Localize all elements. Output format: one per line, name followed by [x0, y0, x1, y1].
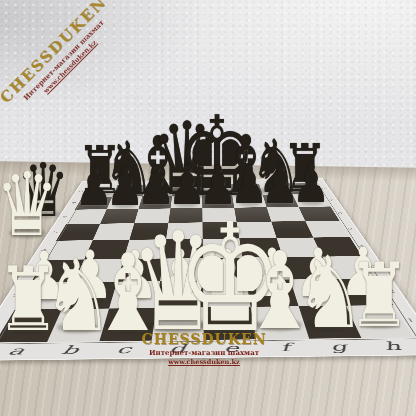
square-d8 — [172, 184, 202, 196]
square-d6 — [169, 208, 203, 223]
square-c1 — [100, 308, 157, 341]
square-c5 — [130, 223, 169, 240]
square-d5 — [166, 222, 203, 239]
file-label-top-c: c — [146, 180, 175, 185]
square-e8 — [202, 184, 232, 195]
square-e2 — [203, 280, 251, 307]
square-c6 — [134, 208, 170, 223]
square-d4 — [164, 239, 204, 259]
file-label-h: h — [361, 337, 416, 355]
square-e7 — [202, 195, 234, 208]
square-c2 — [109, 281, 160, 308]
square-f7 — [232, 195, 266, 208]
file-label-g: g — [309, 338, 369, 356]
photo-stage: abcdefgh8877665544332211abcdefgh ♜♞♝♛♚♝♞… — [0, 0, 416, 416]
file-label-top-h: h — [285, 179, 315, 184]
file-label-e: e — [204, 339, 259, 357]
square-e5 — [203, 222, 240, 239]
square-c3 — [117, 259, 163, 282]
square-b3 — [74, 259, 124, 282]
square-f4 — [240, 238, 283, 258]
file-label-top-e: e — [202, 180, 230, 185]
square-c4 — [124, 239, 166, 259]
square-b4 — [84, 240, 129, 260]
file-label-top-g: g — [257, 179, 287, 184]
square-d2 — [156, 281, 203, 308]
file-label-f: f — [256, 339, 314, 357]
square-b6 — [100, 209, 138, 224]
file-label-top-a: a — [89, 181, 119, 186]
square-d3 — [160, 258, 203, 281]
file-label-b: b — [40, 341, 100, 359]
square-e1 — [204, 307, 257, 340]
square-d7 — [171, 195, 203, 208]
file-label-c: c — [94, 341, 151, 359]
square-b7 — [107, 196, 143, 209]
square-f8 — [231, 184, 263, 195]
file-label-d: d — [149, 340, 204, 358]
square-f5 — [237, 222, 276, 239]
square-d1 — [152, 307, 204, 340]
square-c8 — [142, 185, 174, 197]
file-label-top-b: b — [117, 181, 147, 186]
square-e6 — [203, 208, 237, 223]
file-label-top-d: d — [174, 180, 202, 185]
square-b5 — [93, 223, 135, 240]
square-b8 — [112, 185, 145, 197]
square-e3 — [203, 258, 246, 281]
square-c7 — [139, 196, 173, 209]
square-f6 — [234, 207, 271, 222]
file-label-top-f: f — [230, 179, 259, 184]
square-e4 — [203, 238, 243, 258]
